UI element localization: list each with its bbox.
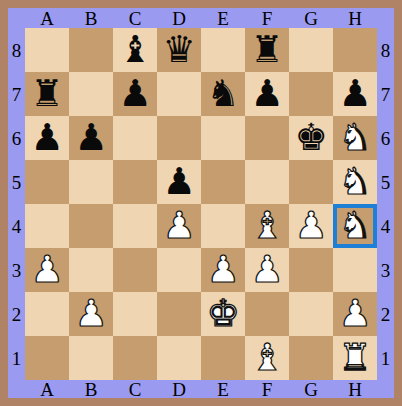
- square-e7[interactable]: ♞: [201, 72, 245, 116]
- white-knight[interactable]: ♞: [338, 116, 371, 160]
- square-c6[interactable]: [113, 116, 157, 160]
- rank-label-right-8: 8: [377, 28, 394, 72]
- file-label-bottom-f: F: [245, 380, 289, 398]
- black-pawn[interactable]: ♟: [118, 72, 151, 116]
- file-label-bottom-b: B: [69, 380, 113, 398]
- square-c3[interactable]: [113, 248, 157, 292]
- square-e4[interactable]: [201, 204, 245, 248]
- square-a2[interactable]: [25, 292, 69, 336]
- square-d1[interactable]: [157, 336, 201, 380]
- square-c4[interactable]: [113, 204, 157, 248]
- rank-label-right-7: 7: [377, 72, 394, 116]
- white-pawn[interactable]: ♟: [294, 204, 327, 248]
- square-b1[interactable]: [69, 336, 113, 380]
- file-label-top-h: H: [333, 8, 377, 28]
- square-a8[interactable]: [25, 28, 69, 72]
- black-rook[interactable]: ♜: [30, 72, 63, 116]
- square-g2[interactable]: [289, 292, 333, 336]
- rank-label-left-6: 6: [8, 116, 25, 160]
- square-g6[interactable]: ♚: [289, 116, 333, 160]
- square-b5[interactable]: [69, 160, 113, 204]
- black-pawn[interactable]: ♟: [338, 72, 371, 116]
- rank-label-left-3: 3: [8, 248, 25, 292]
- file-label-bottom-c: C: [113, 380, 157, 398]
- square-b6[interactable]: ♟: [69, 116, 113, 160]
- square-h7[interactable]: ♟: [333, 72, 377, 116]
- black-queen[interactable]: ♛: [162, 28, 195, 72]
- square-c7[interactable]: ♟: [113, 72, 157, 116]
- square-g4[interactable]: ♟: [289, 204, 333, 248]
- white-king[interactable]: ♚: [206, 292, 239, 336]
- black-king[interactable]: ♚: [294, 116, 327, 160]
- square-a3[interactable]: ♟: [25, 248, 69, 292]
- square-b3[interactable]: [69, 248, 113, 292]
- square-f6[interactable]: [245, 116, 289, 160]
- square-a1[interactable]: [25, 336, 69, 380]
- file-label-bottom-h: H: [333, 380, 377, 398]
- square-b4[interactable]: [69, 204, 113, 248]
- file-label-top-f: F: [245, 8, 289, 28]
- black-rook[interactable]: ♜: [250, 28, 283, 72]
- file-label-bottom-g: G: [289, 380, 333, 398]
- black-knight[interactable]: ♞: [206, 72, 239, 116]
- square-f4[interactable]: ♝: [245, 204, 289, 248]
- white-knight[interactable]: ♞: [338, 204, 371, 248]
- square-h2[interactable]: ♟: [333, 292, 377, 336]
- corner-bottom-left: [8, 380, 25, 398]
- white-knight[interactable]: ♞: [338, 160, 371, 204]
- black-pawn[interactable]: ♟: [30, 116, 63, 160]
- square-d3[interactable]: [157, 248, 201, 292]
- rank-label-right-1: 1: [377, 336, 394, 380]
- square-g8[interactable]: [289, 28, 333, 72]
- file-label-bottom-a: A: [25, 380, 69, 398]
- square-h1[interactable]: ♜: [333, 336, 377, 380]
- square-b7[interactable]: [69, 72, 113, 116]
- rank-label-right-4: 4: [377, 204, 394, 248]
- white-rook[interactable]: ♜: [338, 336, 371, 380]
- rank-label-right-2: 2: [377, 292, 394, 336]
- square-h8[interactable]: [333, 28, 377, 72]
- file-label-top-c: C: [113, 8, 157, 28]
- square-g7[interactable]: [289, 72, 333, 116]
- black-pawn[interactable]: ♟: [74, 116, 107, 160]
- square-d6[interactable]: [157, 116, 201, 160]
- square-a4[interactable]: [25, 204, 69, 248]
- rank-label-left-4: 4: [8, 204, 25, 248]
- square-f1[interactable]: ♝: [245, 336, 289, 380]
- white-pawn[interactable]: ♟: [74, 292, 107, 336]
- rank-label-right-3: 3: [377, 248, 394, 292]
- square-f2[interactable]: [245, 292, 289, 336]
- square-e5[interactable]: [201, 160, 245, 204]
- white-bishop[interactable]: ♝: [250, 204, 283, 248]
- black-bishop[interactable]: ♝: [118, 28, 151, 72]
- rank-label-left-8: 8: [8, 28, 25, 72]
- square-e6[interactable]: [201, 116, 245, 160]
- white-pawn[interactable]: ♟: [206, 248, 239, 292]
- rank-label-left-2: 2: [8, 292, 25, 336]
- corner-bottom-right: [377, 380, 394, 398]
- square-h5[interactable]: ♞: [333, 160, 377, 204]
- square-h6[interactable]: ♞: [333, 116, 377, 160]
- rank-label-right-6: 6: [377, 116, 394, 160]
- file-label-top-e: E: [201, 8, 245, 28]
- white-bishop[interactable]: ♝: [250, 336, 283, 380]
- square-d5[interactable]: ♟: [157, 160, 201, 204]
- rank-label-left-1: 1: [8, 336, 25, 380]
- file-label-bottom-e: E: [201, 380, 245, 398]
- square-e3[interactable]: ♟: [201, 248, 245, 292]
- white-pawn[interactable]: ♟: [250, 248, 283, 292]
- white-pawn[interactable]: ♟: [338, 292, 371, 336]
- file-label-top-b: B: [69, 8, 113, 28]
- square-d7[interactable]: [157, 72, 201, 116]
- square-f5[interactable]: [245, 160, 289, 204]
- square-g1[interactable]: [289, 336, 333, 380]
- square-a5[interactable]: [25, 160, 69, 204]
- white-pawn[interactable]: ♟: [162, 204, 195, 248]
- square-g5[interactable]: [289, 160, 333, 204]
- rank-label-right-5: 5: [377, 160, 394, 204]
- square-e8[interactable]: [201, 28, 245, 72]
- file-label-bottom-d: D: [157, 380, 201, 398]
- square-d2[interactable]: [157, 292, 201, 336]
- square-f3[interactable]: ♟: [245, 248, 289, 292]
- square-c5[interactable]: [113, 160, 157, 204]
- square-f7[interactable]: ♟: [245, 72, 289, 116]
- black-pawn[interactable]: ♟: [250, 72, 283, 116]
- square-e1[interactable]: [201, 336, 245, 380]
- square-c1[interactable]: [113, 336, 157, 380]
- square-g3[interactable]: [289, 248, 333, 292]
- file-label-top-g: G: [289, 8, 333, 28]
- square-a6[interactable]: ♟: [25, 116, 69, 160]
- corner-top-right: [377, 8, 394, 28]
- square-b8[interactable]: [69, 28, 113, 72]
- corner-top-left: [8, 8, 25, 28]
- square-f8[interactable]: ♜: [245, 28, 289, 72]
- square-d4[interactable]: ♟: [157, 204, 201, 248]
- file-label-top-a: A: [25, 8, 69, 28]
- white-pawn[interactable]: ♟: [30, 248, 63, 292]
- square-h3[interactable]: [333, 248, 377, 292]
- square-a7[interactable]: ♜: [25, 72, 69, 116]
- square-e2[interactable]: ♚: [201, 292, 245, 336]
- file-label-top-d: D: [157, 8, 201, 28]
- chess-board: ABCDEFGH8♝♛♜87♜♟♞♟♟76♟♟♚♞65♟♞54♟♝♟♞43♟♟♟…: [8, 8, 394, 398]
- square-b2[interactable]: ♟: [69, 292, 113, 336]
- rank-label-left-7: 7: [8, 72, 25, 116]
- square-c2[interactable]: [113, 292, 157, 336]
- square-c8[interactable]: ♝: [113, 28, 157, 72]
- square-h4[interactable]: ♞: [333, 204, 377, 248]
- chess-board-frame: ABCDEFGH8♝♛♜87♜♟♞♟♟76♟♟♚♞65♟♞54♟♝♟♞43♟♟♟…: [0, 0, 402, 406]
- square-d8[interactable]: ♛: [157, 28, 201, 72]
- black-pawn[interactable]: ♟: [162, 160, 195, 204]
- rank-label-left-5: 5: [8, 160, 25, 204]
